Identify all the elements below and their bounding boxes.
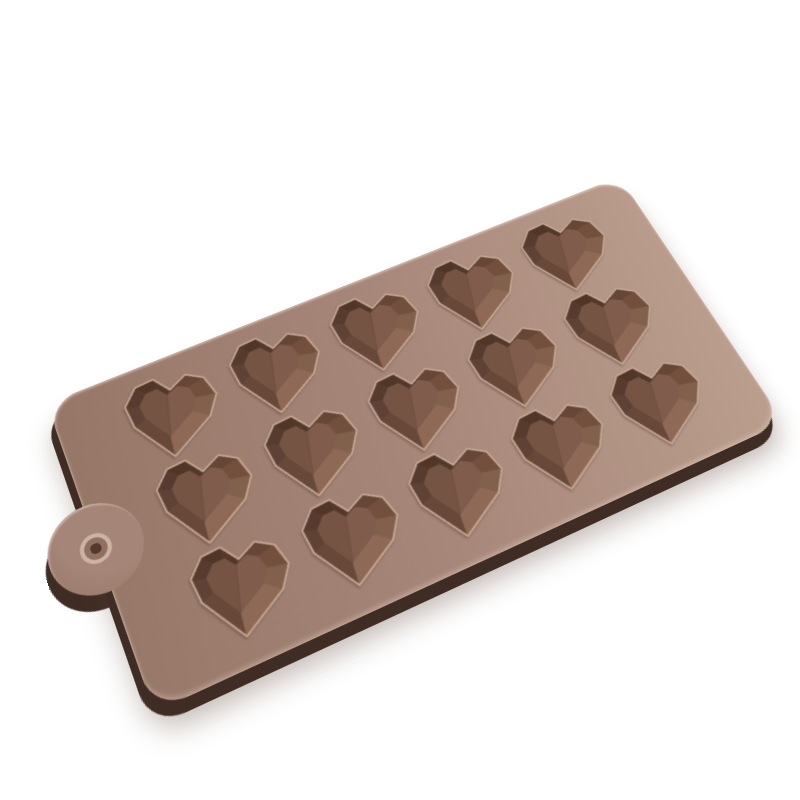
hanging-hole-icon (76, 528, 116, 569)
product-photo-canvas (0, 0, 800, 800)
heart-cavity-icon (399, 439, 522, 549)
heart-cavity-icon (293, 484, 415, 598)
mold-surface (47, 177, 785, 712)
mold-tray (47, 177, 785, 712)
heart-cavity-icon (183, 531, 304, 650)
